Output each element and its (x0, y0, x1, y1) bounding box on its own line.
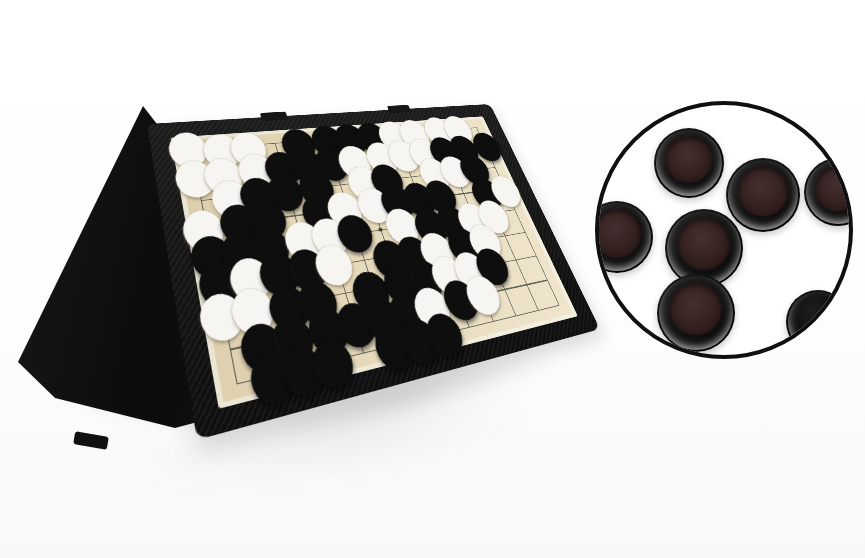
stone-magnet-center (595, 209, 641, 257)
magnified-black-stone (657, 274, 735, 352)
magnified-black-stone (804, 158, 853, 226)
stone-magnet-center (678, 218, 730, 270)
magnified-black-stone (786, 290, 850, 354)
stone-magnet-center (670, 283, 722, 335)
stone-magnet-center (815, 166, 853, 212)
magnified-black-stone (726, 158, 800, 232)
magnified-black-stone (595, 201, 653, 273)
go-board: ●●●●●●●●●●●●●●●●●●●●●●●●●●●●●●●●●●●●●●●●… (147, 104, 600, 440)
product-photo-scene: ●●●●●●●●●●●●●●●●●●●●●●●●●●●●●●●●●●●●●●●●… (0, 0, 865, 558)
magnified-black-stone (654, 128, 724, 198)
board-trim: ●●●●●●●●●●●●●●●●●●●●●●●●●●●●●●●●●●●●●●●●… (171, 116, 578, 408)
zoom-inset-circle (595, 101, 853, 359)
stone-magnet-center (738, 167, 788, 217)
stone-magnet-center (666, 136, 713, 183)
board-surface: ●●●●●●●●●●●●●●●●●●●●●●●●●●●●●●●●●●●●●●●●… (176, 119, 573, 402)
board-foot (73, 431, 109, 450)
